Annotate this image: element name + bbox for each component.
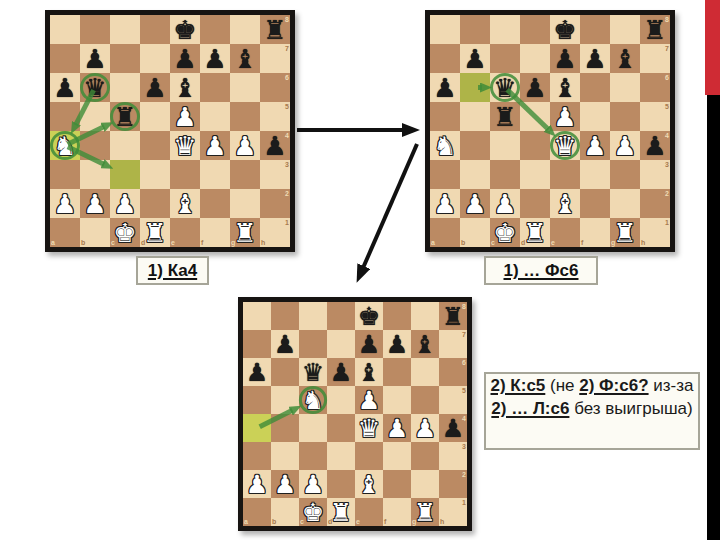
square-g8 [411, 302, 439, 330]
square-g4 [610, 131, 640, 160]
square-c8 [490, 15, 520, 44]
square-h3: 3 [260, 160, 290, 189]
square-b8 [460, 15, 490, 44]
square-g6 [610, 73, 640, 102]
chess-board-1: 8765432abcdefg1h ♚♜♟♟♟♝♟♛♟♝♜♟♞♛♟♟♟♟♟♟♝♚♜… [45, 10, 295, 252]
square-g1: g [411, 498, 439, 526]
square-g2 [411, 470, 439, 498]
rank-label: 2 [665, 190, 669, 197]
square-a6 [430, 73, 460, 102]
square-g4 [230, 131, 260, 160]
square-b4 [460, 131, 490, 160]
square-c5 [490, 102, 520, 131]
square-h3: 3 [640, 160, 670, 189]
square-b7 [80, 44, 110, 73]
rank-label: 4 [285, 132, 289, 139]
square-d5 [520, 102, 550, 131]
square-c4 [299, 414, 327, 442]
square-e6 [355, 358, 383, 386]
square-d8 [140, 15, 170, 44]
square-b4 [80, 131, 110, 160]
square-b7 [271, 330, 299, 358]
square-c2 [490, 189, 520, 218]
square-f1: f [383, 498, 411, 526]
square-b6 [460, 73, 490, 102]
square-d4 [520, 131, 550, 160]
square-h6: 6 [640, 73, 670, 102]
square-a6 [243, 358, 271, 386]
square-g7 [610, 44, 640, 73]
square-a3 [50, 160, 80, 189]
note-move: 2) Ф:с6? [579, 376, 648, 395]
square-c2 [110, 189, 140, 218]
rank-label: 1 [285, 219, 289, 226]
square-h5: 5 [640, 102, 670, 131]
square-f8 [383, 302, 411, 330]
square-g3 [411, 442, 439, 470]
square-d2 [327, 470, 355, 498]
square-h8: 8 [439, 302, 467, 330]
square-d5 [140, 102, 170, 131]
note-plain: без выигрыша) [569, 399, 692, 418]
square-f5 [383, 386, 411, 414]
file-label: g [412, 518, 416, 525]
rank-label: 8 [285, 16, 289, 23]
file-label: b [461, 239, 465, 246]
file-label: f [581, 239, 583, 246]
square-b2 [271, 470, 299, 498]
square-a1: a [243, 498, 271, 526]
file-label: g [611, 239, 615, 246]
square-d7 [327, 330, 355, 358]
square-a4 [50, 131, 80, 160]
square-b1: b [80, 218, 110, 247]
square-d3 [520, 160, 550, 189]
square-c6 [299, 358, 327, 386]
square-f1: f [580, 218, 610, 247]
note-move: 2) … Л:с6 [491, 399, 569, 418]
file-label: h [641, 239, 645, 246]
square-g5 [610, 102, 640, 131]
square-d6 [327, 358, 355, 386]
square-f8 [200, 15, 230, 44]
rank-label: 1 [665, 219, 669, 226]
square-b3 [271, 442, 299, 470]
square-h4: 4 [260, 131, 290, 160]
square-h3: 3 [439, 442, 467, 470]
square-h5: 5 [439, 386, 467, 414]
square-b3 [460, 160, 490, 189]
rank-label: 6 [665, 74, 669, 81]
square-e3 [355, 442, 383, 470]
square-f2 [200, 189, 230, 218]
square-g8 [610, 15, 640, 44]
square-a3 [243, 442, 271, 470]
rank-label: 5 [665, 103, 669, 110]
square-c4 [490, 131, 520, 160]
square-f7 [580, 44, 610, 73]
square-c8 [299, 302, 327, 330]
square-g7 [230, 44, 260, 73]
square-a7 [50, 44, 80, 73]
variation-note-text: 2) К:с5 (не 2) Ф:с6? из-за 2) … Л:с6 без… [491, 376, 694, 418]
file-label: d [328, 518, 332, 525]
note-plain: (не [545, 376, 579, 395]
square-b7 [460, 44, 490, 73]
square-e3 [170, 160, 200, 189]
square-e8 [550, 15, 580, 44]
square-d2 [140, 189, 170, 218]
square-b3 [80, 160, 110, 189]
rank-label: 1 [462, 499, 466, 506]
square-c6 [490, 73, 520, 102]
chess-board-2: 8765432abcdefg1h ♚♜♟♟♟♝♟♛♟♝♜♟♞♛♟♟♟♟♟♟♝♚♜… [425, 10, 675, 252]
square-h6: 6 [439, 358, 467, 386]
square-f6 [200, 73, 230, 102]
square-c3 [299, 442, 327, 470]
square-e5 [170, 102, 200, 131]
square-h7: 7 [260, 44, 290, 73]
square-e8 [170, 15, 200, 44]
square-c6 [110, 73, 140, 102]
square-a8 [243, 302, 271, 330]
square-d5 [327, 386, 355, 414]
file-label: b [272, 518, 276, 525]
square-e5 [355, 386, 383, 414]
file-label: d [521, 239, 525, 246]
square-a4 [430, 131, 460, 160]
square-b6 [271, 358, 299, 386]
square-b8 [80, 15, 110, 44]
square-h5: 5 [260, 102, 290, 131]
square-b2 [80, 189, 110, 218]
square-f3 [200, 160, 230, 189]
square-b6 [80, 73, 110, 102]
square-b4 [271, 414, 299, 442]
square-e4 [355, 414, 383, 442]
square-h8: 8 [640, 15, 670, 44]
square-c1: c [490, 218, 520, 247]
rank-label: 3 [285, 161, 289, 168]
square-a7 [430, 44, 460, 73]
square-g1: g [610, 218, 640, 247]
square-c1: c [110, 218, 140, 247]
square-f2 [580, 189, 610, 218]
square-a8 [430, 15, 460, 44]
square-a8 [50, 15, 80, 44]
square-g8 [230, 15, 260, 44]
variation-note-box: 2) К:с5 (не 2) Ф:с6? из-за 2) … Л:с6 без… [484, 372, 700, 450]
square-h2: 2 [439, 470, 467, 498]
square-g3 [230, 160, 260, 189]
square-c1: c [299, 498, 327, 526]
square-c2 [299, 470, 327, 498]
square-b1: b [460, 218, 490, 247]
rank-label: 6 [462, 359, 466, 366]
square-b2 [460, 189, 490, 218]
black-accent-bar [707, 95, 720, 540]
square-h4: 4 [439, 414, 467, 442]
square-e7 [170, 44, 200, 73]
square-h1: 1h [640, 218, 670, 247]
square-f3 [580, 160, 610, 189]
square-e5 [550, 102, 580, 131]
square-a4 [243, 414, 271, 442]
rank-label: 3 [665, 161, 669, 168]
rank-label: 7 [462, 331, 466, 338]
square-d2 [520, 189, 550, 218]
square-h4: 4 [640, 131, 670, 160]
rank-label: 2 [285, 190, 289, 197]
rank-label: 4 [665, 132, 669, 139]
square-c7 [299, 330, 327, 358]
square-d8 [520, 15, 550, 44]
square-c3 [490, 160, 520, 189]
square-c8 [110, 15, 140, 44]
square-f4 [383, 414, 411, 442]
square-a5 [430, 102, 460, 131]
square-h6: 6 [260, 73, 290, 102]
square-d4 [327, 414, 355, 442]
file-label: c [491, 239, 495, 246]
square-g2 [610, 189, 640, 218]
square-g5 [230, 102, 260, 131]
square-c7 [490, 44, 520, 73]
square-e6 [550, 73, 580, 102]
square-b5 [271, 386, 299, 414]
arrow-board2-to-board3 [363, 144, 417, 268]
square-f3 [383, 442, 411, 470]
board-grid: 8765432abcdefg1h [243, 302, 467, 526]
file-label: e [171, 239, 175, 246]
square-d1: d [327, 498, 355, 526]
square-g6 [411, 358, 439, 386]
square-a3 [430, 160, 460, 189]
square-d1: d [520, 218, 550, 247]
square-d3 [140, 160, 170, 189]
square-f1: f [200, 218, 230, 247]
file-label: h [261, 239, 265, 246]
square-h1: 1h [260, 218, 290, 247]
square-f5 [200, 102, 230, 131]
square-d7 [520, 44, 550, 73]
file-label: h [440, 518, 444, 525]
square-d4 [140, 131, 170, 160]
square-f2 [383, 470, 411, 498]
square-f7 [383, 330, 411, 358]
square-c5 [299, 386, 327, 414]
file-label: b [81, 239, 85, 246]
square-f8 [580, 15, 610, 44]
square-b1: b [271, 498, 299, 526]
file-label: a [431, 239, 435, 246]
rank-label: 7 [665, 45, 669, 52]
square-b5 [80, 102, 110, 131]
square-g4 [411, 414, 439, 442]
rank-label: 5 [462, 387, 466, 394]
square-e7 [355, 330, 383, 358]
move-label-1: 1) Ка4 [136, 256, 209, 285]
move-label-2: 1) … Фс6 [484, 256, 598, 285]
square-e7 [550, 44, 580, 73]
square-e1: e [355, 498, 383, 526]
square-c5 [110, 102, 140, 131]
red-accent-bar [705, 0, 720, 95]
rank-label: 8 [665, 16, 669, 23]
square-h2: 2 [260, 189, 290, 218]
square-e3 [550, 160, 580, 189]
square-a5 [50, 102, 80, 131]
square-g7 [411, 330, 439, 358]
file-label: e [356, 518, 360, 525]
rank-label: 7 [285, 45, 289, 52]
square-b8 [271, 302, 299, 330]
chess-board-3: 8765432abcdefg1h ♚♜♟♟♟♝♟♛♟♝♞♟♛♟♟♟♟♟♟♝♚♜♜ [238, 297, 472, 531]
note-plain: из-за [649, 376, 694, 395]
file-label: f [384, 518, 386, 525]
rank-label: 4 [462, 415, 466, 422]
square-e1: e [550, 218, 580, 247]
square-a2 [243, 470, 271, 498]
square-e6 [170, 73, 200, 102]
square-d6 [520, 73, 550, 102]
square-e2 [170, 189, 200, 218]
square-f6 [580, 73, 610, 102]
square-c4 [110, 131, 140, 160]
square-a6 [50, 73, 80, 102]
square-h7: 7 [439, 330, 467, 358]
file-label: c [111, 239, 115, 246]
square-c3 [110, 160, 140, 189]
square-a7 [243, 330, 271, 358]
rank-label: 6 [285, 74, 289, 81]
square-d7 [140, 44, 170, 73]
rank-label: 3 [462, 443, 466, 450]
rank-label: 8 [462, 303, 466, 310]
square-d6 [140, 73, 170, 102]
square-a5 [243, 386, 271, 414]
rank-label: 2 [462, 471, 466, 478]
square-g2 [230, 189, 260, 218]
rank-label: 5 [285, 103, 289, 110]
file-label: c [300, 518, 304, 525]
square-h7: 7 [640, 44, 670, 73]
square-d3 [327, 442, 355, 470]
square-a2 [50, 189, 80, 218]
square-h8: 8 [260, 15, 290, 44]
square-g6 [230, 73, 260, 102]
square-b5 [460, 102, 490, 131]
square-g5 [411, 386, 439, 414]
square-f4 [200, 131, 230, 160]
note-move: 2) К:с5 [491, 376, 546, 395]
square-e4 [170, 131, 200, 160]
square-a1: a [430, 218, 460, 247]
square-f7 [200, 44, 230, 73]
square-c7 [110, 44, 140, 73]
square-d8 [327, 302, 355, 330]
square-h2: 2 [640, 189, 670, 218]
board-grid: 8765432abcdefg1h [50, 15, 290, 247]
square-f5 [580, 102, 610, 131]
square-d1: d [140, 218, 170, 247]
square-e1: e [170, 218, 200, 247]
file-label: d [141, 239, 145, 246]
square-e2 [550, 189, 580, 218]
file-label: e [551, 239, 555, 246]
square-h1: 1h [439, 498, 467, 526]
square-a2 [430, 189, 460, 218]
file-label: a [244, 518, 248, 525]
square-e2 [355, 470, 383, 498]
square-f4 [580, 131, 610, 160]
square-e4 [550, 131, 580, 160]
file-label: g [231, 239, 235, 246]
square-f6 [383, 358, 411, 386]
board-grid: 8765432abcdefg1h [430, 15, 670, 247]
square-e8 [355, 302, 383, 330]
file-label: a [51, 239, 55, 246]
square-g1: g [230, 218, 260, 247]
file-label: f [201, 239, 203, 246]
square-g3 [610, 160, 640, 189]
square-a1: a [50, 218, 80, 247]
